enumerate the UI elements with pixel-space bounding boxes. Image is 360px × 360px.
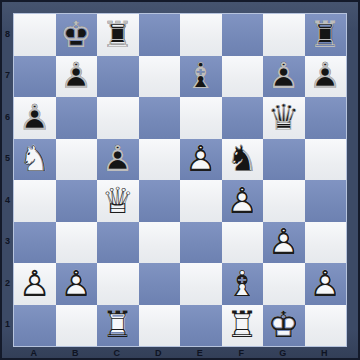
white-pawn-outline: ♙ bbox=[305, 263, 347, 305]
black-bishop[interactable]: ♝♗ bbox=[180, 56, 222, 98]
white-pawn-outline: ♙ bbox=[14, 263, 56, 305]
square-d6[interactable] bbox=[139, 97, 181, 139]
square-e7[interactable]: ♝♗ bbox=[180, 56, 222, 98]
square-f1[interactable]: ♜♖ bbox=[222, 305, 264, 347]
white-pawn-outline: ♙ bbox=[56, 263, 98, 305]
square-f3[interactable] bbox=[222, 222, 264, 264]
square-a6[interactable]: ♟♙ bbox=[14, 97, 56, 139]
square-g7[interactable]: ♟♙ bbox=[263, 56, 305, 98]
white-knight-outline: ♘ bbox=[14, 139, 56, 181]
white-bishop-outline: ♗ bbox=[222, 263, 264, 305]
black-rook[interactable]: ♜♖ bbox=[97, 14, 139, 56]
white-pawn[interactable]: ♟♙ bbox=[263, 222, 305, 264]
white-rook-outline: ♖ bbox=[97, 305, 139, 347]
white-pawn[interactable]: ♟♙ bbox=[14, 263, 56, 305]
square-b4[interactable] bbox=[56, 180, 98, 222]
file-label-h: H bbox=[304, 347, 346, 358]
square-e4[interactable] bbox=[180, 180, 222, 222]
square-b8[interactable]: ♚♔ bbox=[56, 14, 98, 56]
black-knight-outline: ♘ bbox=[222, 139, 264, 181]
square-h6[interactable] bbox=[305, 97, 347, 139]
square-e2[interactable] bbox=[180, 263, 222, 305]
white-pawn[interactable]: ♟♙ bbox=[222, 180, 264, 222]
rank-label-3: 3 bbox=[2, 221, 13, 263]
file-label-a: A bbox=[13, 347, 55, 358]
white-king[interactable]: ♚♔ bbox=[263, 305, 305, 347]
white-queen[interactable]: ♛♕ bbox=[97, 180, 139, 222]
black-pawn-outline: ♙ bbox=[14, 97, 56, 139]
square-b6[interactable] bbox=[56, 97, 98, 139]
white-pawn[interactable]: ♟♙ bbox=[180, 139, 222, 181]
black-pawn-outline: ♙ bbox=[97, 139, 139, 181]
square-d7[interactable] bbox=[139, 56, 181, 98]
square-c3[interactable] bbox=[97, 222, 139, 264]
square-b7[interactable]: ♟♙ bbox=[56, 56, 98, 98]
square-a4[interactable] bbox=[14, 180, 56, 222]
black-pawn[interactable]: ♟♙ bbox=[14, 97, 56, 139]
rank-label-2: 2 bbox=[2, 262, 13, 304]
black-pawn-outline: ♙ bbox=[263, 56, 305, 98]
square-c7[interactable] bbox=[97, 56, 139, 98]
square-e3[interactable] bbox=[180, 222, 222, 264]
white-pawn[interactable]: ♟♙ bbox=[56, 263, 98, 305]
square-f5[interactable]: ♞♘ bbox=[222, 139, 264, 181]
square-a8[interactable] bbox=[14, 14, 56, 56]
square-a1[interactable] bbox=[14, 305, 56, 347]
square-e1[interactable] bbox=[180, 305, 222, 347]
rank-label-1: 1 bbox=[2, 304, 13, 346]
square-d4[interactable] bbox=[139, 180, 181, 222]
square-a2[interactable]: ♟♙ bbox=[14, 263, 56, 305]
black-pawn-outline: ♙ bbox=[56, 56, 98, 98]
rank-label-5: 5 bbox=[2, 138, 13, 180]
square-g5[interactable] bbox=[263, 139, 305, 181]
square-d2[interactable] bbox=[139, 263, 181, 305]
square-d3[interactable] bbox=[139, 222, 181, 264]
black-king-outline: ♔ bbox=[56, 14, 98, 56]
black-pawn-outline: ♙ bbox=[305, 56, 347, 98]
square-h8[interactable]: ♜♖ bbox=[305, 14, 347, 56]
square-g2[interactable] bbox=[263, 263, 305, 305]
square-h5[interactable] bbox=[305, 139, 347, 181]
white-knight[interactable]: ♞♘ bbox=[14, 139, 56, 181]
square-f7[interactable] bbox=[222, 56, 264, 98]
square-c6[interactable] bbox=[97, 97, 139, 139]
square-h2[interactable]: ♟♙ bbox=[305, 263, 347, 305]
rank-label-6: 6 bbox=[2, 96, 13, 138]
square-c8[interactable]: ♜♖ bbox=[97, 14, 139, 56]
file-label-f: F bbox=[221, 347, 263, 358]
file-label-b: B bbox=[55, 347, 97, 358]
black-queen[interactable]: ♛♕ bbox=[263, 97, 305, 139]
square-d5[interactable] bbox=[139, 139, 181, 181]
square-h1[interactable] bbox=[305, 305, 347, 347]
white-king-outline: ♔ bbox=[263, 305, 305, 347]
white-queen-outline: ♕ bbox=[97, 180, 139, 222]
black-pawn[interactable]: ♟♙ bbox=[263, 56, 305, 98]
square-f8[interactable] bbox=[222, 14, 264, 56]
square-b3[interactable] bbox=[56, 222, 98, 264]
square-b5[interactable] bbox=[56, 139, 98, 181]
black-bishop-outline: ♗ bbox=[180, 56, 222, 98]
white-rook[interactable]: ♜♖ bbox=[97, 305, 139, 347]
black-rook-outline: ♖ bbox=[305, 14, 347, 56]
white-pawn-outline: ♙ bbox=[180, 139, 222, 181]
black-pawn[interactable]: ♟♙ bbox=[97, 139, 139, 181]
square-d1[interactable] bbox=[139, 305, 181, 347]
white-pawn[interactable]: ♟♙ bbox=[305, 263, 347, 305]
square-g3[interactable]: ♟♙ bbox=[263, 222, 305, 264]
square-h3[interactable] bbox=[305, 222, 347, 264]
file-label-g: G bbox=[262, 347, 304, 358]
black-pawn[interactable]: ♟♙ bbox=[305, 56, 347, 98]
square-g8[interactable] bbox=[263, 14, 305, 56]
black-knight[interactable]: ♞♘ bbox=[222, 139, 264, 181]
square-f6[interactable] bbox=[222, 97, 264, 139]
chess-board: ♚♔♜♖♜♖♟♙♝♗♟♙♟♙♟♙♛♕♞♘♟♙♟♙♞♘♛♕♟♙♟♙♟♙♟♙♝♗♟♙… bbox=[13, 13, 347, 347]
chess-diagram: ♚♔♜♖♜♖♟♙♝♗♟♙♟♙♟♙♛♕♞♘♟♙♟♙♞♘♛♕♟♙♟♙♟♙♟♙♝♗♟♙… bbox=[0, 0, 360, 360]
rank-label-7: 7 bbox=[2, 55, 13, 97]
square-e5[interactable]: ♟♙ bbox=[180, 139, 222, 181]
square-e8[interactable] bbox=[180, 14, 222, 56]
square-h4[interactable] bbox=[305, 180, 347, 222]
file-label-d: D bbox=[138, 347, 180, 358]
square-b2[interactable]: ♟♙ bbox=[56, 263, 98, 305]
square-h7[interactable]: ♟♙ bbox=[305, 56, 347, 98]
rank-label-4: 4 bbox=[2, 179, 13, 221]
square-c4[interactable]: ♛♕ bbox=[97, 180, 139, 222]
square-f2[interactable]: ♝♗ bbox=[222, 263, 264, 305]
black-rook[interactable]: ♜♖ bbox=[305, 14, 347, 56]
square-f4[interactable]: ♟♙ bbox=[222, 180, 264, 222]
square-e6[interactable] bbox=[180, 97, 222, 139]
square-d8[interactable] bbox=[139, 14, 181, 56]
square-a5[interactable]: ♞♘ bbox=[14, 139, 56, 181]
black-rook-outline: ♖ bbox=[97, 14, 139, 56]
white-rook-outline: ♖ bbox=[222, 305, 264, 347]
square-a3[interactable] bbox=[14, 222, 56, 264]
file-label-e: E bbox=[179, 347, 221, 358]
square-g4[interactable] bbox=[263, 180, 305, 222]
square-g1[interactable]: ♚♔ bbox=[263, 305, 305, 347]
black-king[interactable]: ♚♔ bbox=[56, 14, 98, 56]
square-c5[interactable]: ♟♙ bbox=[97, 139, 139, 181]
white-rook[interactable]: ♜♖ bbox=[222, 305, 264, 347]
black-pawn[interactable]: ♟♙ bbox=[56, 56, 98, 98]
square-c2[interactable] bbox=[97, 263, 139, 305]
black-queen-outline: ♕ bbox=[263, 97, 305, 139]
white-pawn-outline: ♙ bbox=[263, 222, 305, 264]
square-g6[interactable]: ♛♕ bbox=[263, 97, 305, 139]
white-bishop[interactable]: ♝♗ bbox=[222, 263, 264, 305]
rank-label-8: 8 bbox=[2, 13, 13, 55]
file-label-c: C bbox=[96, 347, 138, 358]
white-pawn-outline: ♙ bbox=[222, 180, 264, 222]
square-c1[interactable]: ♜♖ bbox=[97, 305, 139, 347]
square-a7[interactable] bbox=[14, 56, 56, 98]
square-b1[interactable] bbox=[56, 305, 98, 347]
